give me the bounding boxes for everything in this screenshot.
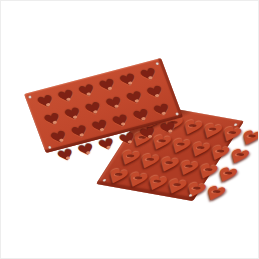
heart-icon: ♥ (117, 71, 139, 89)
heart-icon: ♥ (83, 100, 105, 118)
heart-icon: ♥ (75, 141, 97, 159)
heart-icon: ♥ (117, 130, 139, 148)
cavity-grid: ♥♥♥♥♥♥♥♥♥♥♥♥♥♥♥♥♥♥♥♥♥♥♥♥ (32, 64, 175, 149)
heart-icon: ♥ (48, 129, 70, 147)
heart-icon: ♥ (55, 146, 77, 164)
heart-icon: ♥ (124, 89, 146, 107)
heart-icon: ♥ (42, 111, 64, 129)
heart-icon: ♥ (76, 82, 98, 100)
heart-icon: ♥ (131, 107, 153, 125)
heart-icon: ♥ (138, 66, 160, 84)
corner-hole (155, 62, 159, 66)
heart-icon: ♥ (158, 119, 180, 137)
heart-icon: ♥ (144, 84, 166, 102)
heart-icon: ♥ (35, 93, 57, 111)
heart-icon: ♥ (96, 136, 118, 154)
heart-icon: ♥ (103, 95, 125, 113)
heart-icon: ♥ (89, 118, 111, 136)
heart-icon: ♥ (151, 102, 173, 120)
heart-icon: ♥ (110, 112, 132, 130)
heart-icon: ♥ (137, 125, 159, 143)
heart-icon: ♥ (97, 77, 119, 95)
heart-icon: ♥ (69, 123, 91, 141)
heart-icon: ♥ (56, 88, 78, 106)
corner-hole (28, 95, 32, 99)
product-photo: ♥♥♥♥♥♥♥♥♥♥♥♥♥♥♥♥♥♥♥♥♥♥♥♥ ♥♥♥♥♥♥♥♥♥♥♥♥♥♥♥… (0, 0, 259, 259)
heart-mold-top-view: ♥♥♥♥♥♥♥♥♥♥♥♥♥♥♥♥♥♥♥♥♥♥♥♥ (24, 58, 183, 153)
heart-icon: ♥ (62, 105, 84, 123)
corner-hole (175, 112, 179, 116)
